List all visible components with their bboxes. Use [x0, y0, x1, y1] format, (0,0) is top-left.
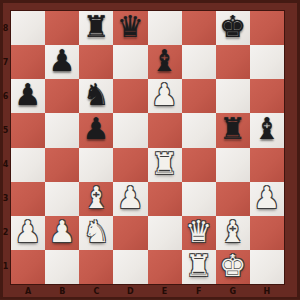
piece-white-pawn[interactable]: ♟ [117, 183, 144, 213]
square-c2[interactable]: ♞ [79, 216, 113, 250]
square-c3[interactable]: ♝ [79, 182, 113, 216]
rank-label-2: 2 [0, 216, 11, 250]
piece-white-rook[interactable]: ♜ [185, 251, 212, 281]
piece-white-bishop[interactable]: ♝ [219, 217, 246, 247]
rank-label-5: 5 [0, 113, 11, 147]
rank-label-4: 4 [0, 148, 11, 182]
square-g2[interactable]: ♝ [216, 216, 250, 250]
square-d7[interactable] [113, 45, 147, 79]
square-b1[interactable] [45, 250, 79, 284]
piece-black-bishop[interactable]: ♝ [253, 114, 280, 144]
square-d6[interactable] [113, 79, 147, 113]
square-h8[interactable] [250, 11, 284, 45]
square-a1[interactable] [11, 250, 45, 284]
square-e5[interactable] [148, 113, 182, 147]
square-b2[interactable]: ♟ [45, 216, 79, 250]
piece-white-knight[interactable]: ♞ [83, 217, 110, 247]
square-d2[interactable] [113, 216, 147, 250]
file-label-e: E [148, 284, 182, 299]
square-g8[interactable]: ♚ [216, 11, 250, 45]
square-h4[interactable] [250, 148, 284, 182]
square-e1[interactable] [148, 250, 182, 284]
piece-black-rook[interactable]: ♜ [83, 12, 110, 42]
file-label-d: D [113, 284, 147, 299]
piece-black-knight[interactable]: ♞ [83, 80, 110, 110]
square-a8[interactable] [11, 11, 45, 45]
square-d5[interactable] [113, 113, 147, 147]
chess-board: ♜♛♚♟♝♟♞♟♟♜♝♜♝♟♟♟♟♞♛♝♜♚ [11, 11, 284, 284]
square-d4[interactable] [113, 148, 147, 182]
square-e6[interactable]: ♟ [148, 79, 182, 113]
square-c1[interactable] [79, 250, 113, 284]
square-f6[interactable] [182, 79, 216, 113]
file-label-c: C [79, 284, 113, 299]
square-g3[interactable] [216, 182, 250, 216]
square-d8[interactable]: ♛ [113, 11, 147, 45]
piece-white-king[interactable]: ♚ [219, 251, 246, 281]
square-a2[interactable]: ♟ [11, 216, 45, 250]
square-b5[interactable] [45, 113, 79, 147]
piece-white-pawn[interactable]: ♟ [15, 217, 42, 247]
square-b3[interactable] [45, 182, 79, 216]
rank-label-1: 1 [0, 250, 11, 284]
piece-white-pawn[interactable]: ♟ [151, 80, 178, 110]
square-f5[interactable] [182, 113, 216, 147]
square-c7[interactable] [79, 45, 113, 79]
square-g1[interactable]: ♚ [216, 250, 250, 284]
square-h2[interactable] [250, 216, 284, 250]
square-e3[interactable] [148, 182, 182, 216]
square-f2[interactable]: ♛ [182, 216, 216, 250]
rank-label-6: 6 [0, 79, 11, 113]
piece-white-pawn[interactable]: ♟ [253, 183, 280, 213]
piece-black-bishop[interactable]: ♝ [151, 46, 178, 76]
piece-black-rook[interactable]: ♜ [219, 114, 246, 144]
square-a7[interactable] [11, 45, 45, 79]
file-label-a: A [11, 284, 45, 299]
square-h7[interactable] [250, 45, 284, 79]
square-b4[interactable] [45, 148, 79, 182]
rank-label-8: 8 [0, 11, 11, 45]
square-e2[interactable] [148, 216, 182, 250]
file-label-f: F [182, 284, 216, 299]
square-g7[interactable] [216, 45, 250, 79]
square-d3[interactable]: ♟ [113, 182, 147, 216]
piece-white-rook[interactable]: ♜ [151, 149, 178, 179]
square-c6[interactable]: ♞ [79, 79, 113, 113]
piece-black-pawn[interactable]: ♟ [15, 80, 42, 110]
file-label-g: G [216, 284, 250, 299]
square-c8[interactable]: ♜ [79, 11, 113, 45]
chess-board-frame: ♜♛♚♟♝♟♞♟♟♜♝♜♝♟♟♟♟♞♛♝♜♚ 87654321ABCDEFGH [0, 0, 300, 300]
square-c5[interactable]: ♟ [79, 113, 113, 147]
rank-label-7: 7 [0, 45, 11, 79]
square-e7[interactable]: ♝ [148, 45, 182, 79]
square-f1[interactable]: ♜ [182, 250, 216, 284]
square-g6[interactable] [216, 79, 250, 113]
square-f4[interactable] [182, 148, 216, 182]
square-c4[interactable] [79, 148, 113, 182]
square-d1[interactable] [113, 250, 147, 284]
file-label-b: B [45, 284, 79, 299]
piece-black-pawn[interactable]: ♟ [83, 114, 110, 144]
square-f7[interactable] [182, 45, 216, 79]
square-h1[interactable] [250, 250, 284, 284]
piece-black-king[interactable]: ♚ [219, 12, 246, 42]
square-a5[interactable] [11, 113, 45, 147]
square-e8[interactable] [148, 11, 182, 45]
square-h5[interactable]: ♝ [250, 113, 284, 147]
square-a3[interactable] [11, 182, 45, 216]
piece-white-pawn[interactable]: ♟ [49, 217, 76, 247]
piece-white-bishop[interactable]: ♝ [83, 183, 110, 213]
square-b6[interactable] [45, 79, 79, 113]
square-g4[interactable] [216, 148, 250, 182]
piece-black-pawn[interactable]: ♟ [49, 46, 76, 76]
file-label-h: H [250, 284, 284, 299]
square-b7[interactable]: ♟ [45, 45, 79, 79]
rank-label-3: 3 [0, 182, 11, 216]
square-h6[interactable] [250, 79, 284, 113]
square-f3[interactable] [182, 182, 216, 216]
piece-white-queen[interactable]: ♛ [185, 217, 212, 247]
square-g5[interactable]: ♜ [216, 113, 250, 147]
square-h3[interactable]: ♟ [250, 182, 284, 216]
square-f8[interactable] [182, 11, 216, 45]
square-a6[interactable]: ♟ [11, 79, 45, 113]
square-b8[interactable] [45, 11, 79, 45]
square-a4[interactable] [11, 148, 45, 182]
piece-black-queen[interactable]: ♛ [117, 12, 144, 42]
square-e4[interactable]: ♜ [148, 148, 182, 182]
